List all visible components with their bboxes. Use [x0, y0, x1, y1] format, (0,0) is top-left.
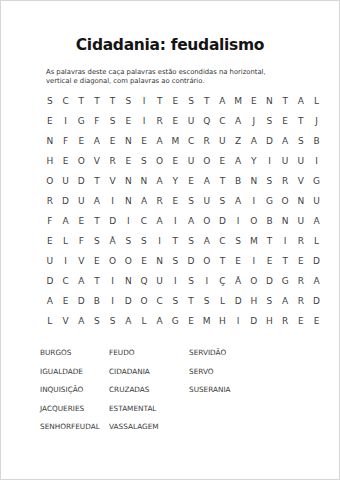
grid-cell[interactable]: L [309, 231, 325, 251]
grid-cell[interactable]: C [215, 231, 231, 251]
grid-cell[interactable]: D [309, 291, 325, 311]
grid-cell[interactable]: U [58, 171, 74, 191]
grid-cell[interactable]: S [262, 111, 278, 131]
grid-cell[interactable]: D [215, 211, 231, 231]
grid-cell[interactable]: D [73, 171, 89, 191]
grid-cell[interactable]: E [183, 311, 199, 331]
grid-cell[interactable]: Ã [105, 231, 121, 251]
grid-cell[interactable]: S [183, 191, 199, 211]
grid-cell[interactable]: I [199, 271, 215, 291]
grid-cell[interactable]: T [277, 251, 293, 271]
grid-cell[interactable]: G [262, 191, 278, 211]
grid-cell[interactable]: R [277, 311, 293, 331]
grid-cell[interactable]: E [168, 151, 184, 171]
grid-cell[interactable]: B [89, 291, 105, 311]
grid-cell[interactable]: G [73, 111, 89, 131]
grid-cell[interactable]: O [199, 151, 215, 171]
grid-cell[interactable]: C [136, 211, 152, 231]
word-list-item: VASSALAGEM [109, 422, 189, 441]
word-list-item: SENHORFEUDAL [40, 422, 109, 441]
grid-cell[interactable]: S [168, 251, 184, 271]
grid-cell[interactable]: T [277, 91, 293, 111]
grid-cell[interactable]: I [168, 271, 184, 291]
letter-grid: SCTTTSITESTAMENTALEIGFSEIREUQCAJSETJNFEA… [42, 91, 324, 331]
word-list: BURGOSIGUALDADEINQUISIÇÃOJACQUERIESSENHO… [40, 348, 231, 441]
grid-cell[interactable]: N [293, 191, 309, 211]
grid-cell[interactable]: S [199, 291, 215, 311]
grid-cell[interactable]: A [277, 131, 293, 151]
grid-cell[interactable]: S [120, 91, 136, 111]
grid-cell[interactable]: E [215, 151, 231, 171]
grid-cell[interactable]: I [105, 191, 121, 211]
grid-cell[interactable]: A [73, 311, 89, 331]
grid-cell[interactable]: T [152, 91, 168, 111]
grid-cell[interactable]: E [105, 131, 121, 151]
grid-cell[interactable]: A [183, 211, 199, 231]
grid-cell[interactable]: I [168, 211, 184, 231]
grid-cell[interactable]: Y [168, 171, 184, 191]
grid-cell[interactable]: O [246, 211, 262, 231]
grid-cell[interactable]: G [168, 311, 184, 331]
grid-cell[interactable]: U [277, 151, 293, 171]
grid-cell[interactable]: S [105, 311, 121, 331]
grid-cell[interactable]: F [73, 231, 89, 251]
grid-cell[interactable]: A [136, 191, 152, 211]
grid-cell[interactable]: O [73, 151, 89, 171]
grid-cell[interactable]: A [309, 211, 325, 231]
grid-cell[interactable]: E [246, 91, 262, 111]
grid-cell[interactable]: I [230, 211, 246, 231]
grid-cell[interactable]: T [215, 251, 231, 271]
grid-cell[interactable]: N [120, 191, 136, 211]
grid-cell[interactable]: R [199, 131, 215, 151]
grid-cell[interactable]: D [42, 271, 58, 291]
grid-cell[interactable]: S [183, 231, 199, 251]
grid-cell[interactable]: E [73, 211, 89, 231]
grid-cell[interactable]: E [168, 91, 184, 111]
grid-cell[interactable]: T [89, 211, 105, 231]
grid-cell[interactable]: C [215, 111, 231, 131]
grid-cell[interactable]: V [58, 311, 74, 331]
grid-cell[interactable]: E [168, 191, 184, 211]
grid-cell[interactable]: D [246, 311, 262, 331]
grid-cell[interactable]: N [120, 271, 136, 291]
grid-cell[interactable]: U [309, 191, 325, 211]
grid-cell[interactable]: S [168, 291, 184, 311]
grid-cell[interactable]: R [152, 191, 168, 211]
grid-cell[interactable]: S [136, 231, 152, 251]
grid-cell[interactable]: L [42, 311, 58, 331]
grid-cell[interactable]: N [42, 131, 58, 151]
grid-cell[interactable]: T [215, 171, 231, 191]
grid-cell[interactable]: I [277, 231, 293, 251]
grid-cell[interactable]: I [309, 151, 325, 171]
grid-cell[interactable]: A [73, 271, 89, 291]
grid-cell[interactable]: A [120, 311, 136, 331]
grid-cell[interactable]: I [105, 271, 121, 291]
worksheet-page: Cidadania: feudalismo As palavras deste … [0, 0, 340, 480]
grid-cell[interactable]: S [183, 271, 199, 291]
word-list-item: IGUALDADE [40, 367, 109, 386]
word-list-item: SERVIDÃO [189, 348, 231, 367]
grid-cell[interactable]: G [277, 271, 293, 291]
grid-cell[interactable]: A [89, 191, 105, 211]
grid-cell[interactable]: T [73, 91, 89, 111]
grid-cell[interactable]: S [89, 311, 105, 331]
grid-cell[interactable]: N [136, 171, 152, 191]
grid-cell[interactable]: B [262, 211, 278, 231]
grid-cell[interactable]: O [42, 171, 58, 191]
grid-cell[interactable]: A [199, 171, 215, 191]
grid-cell[interactable]: V [89, 151, 105, 171]
grid-cell[interactable]: I [105, 291, 121, 311]
word-list-item: SUSERANIA [189, 385, 231, 404]
grid-cell[interactable]: V [105, 171, 121, 191]
grid-cell[interactable]: S [183, 91, 199, 111]
grid-cell[interactable]: L [58, 231, 74, 251]
word-list-item: JACQUERIES [40, 404, 109, 423]
grid-cell[interactable]: E [58, 291, 74, 311]
grid-cell[interactable]: C [58, 91, 74, 111]
grid-cell[interactable]: M [168, 131, 184, 151]
grid-cell[interactable]: T [262, 231, 278, 251]
grid-cell[interactable]: U [183, 151, 199, 171]
word-list-item: CRUZADAS [109, 385, 189, 404]
grid-cell[interactable]: A [230, 151, 246, 171]
grid-cell[interactable]: E [293, 251, 309, 271]
grid-cell[interactable]: A [152, 211, 168, 231]
grid-cell[interactable]: E [120, 111, 136, 131]
grid-cell[interactable]: D [120, 291, 136, 311]
grid-cell[interactable]: O [199, 251, 215, 271]
word-list-item: FEUDO [109, 348, 189, 367]
grid-cell[interactable]: N [246, 171, 262, 191]
grid-cell[interactable]: Y [246, 151, 262, 171]
word-list-column: SERVIDÃOSERVOSUSERANIA [189, 348, 231, 441]
grid-cell[interactable]: C [152, 291, 168, 311]
grid-cell[interactable]: U [199, 191, 215, 211]
word-list-item: SERVO [189, 367, 231, 386]
grid-cell[interactable]: S [215, 191, 231, 211]
grid-cell[interactable]: V [293, 171, 309, 191]
grid-cell[interactable]: E [136, 131, 152, 151]
grid-cell[interactable]: O [199, 211, 215, 231]
grid-cell[interactable]: I [58, 251, 74, 271]
grid-cell[interactable]: A [309, 271, 325, 291]
grid-cell[interactable]: O [120, 251, 136, 271]
grid-cell[interactable]: A [152, 131, 168, 151]
grid-cell[interactable]: R [293, 231, 309, 251]
grid-cell[interactable]: I [58, 111, 74, 131]
grid-cell[interactable]: U [73, 191, 89, 211]
grid-cell[interactable]: Ã [230, 271, 246, 291]
grid-cell[interactable]: R [152, 111, 168, 131]
grid-cell[interactable]: T [199, 91, 215, 111]
page-title: Cidadania: feudalismo [1, 1, 339, 54]
grid-cell[interactable]: A [293, 91, 309, 111]
grid-cell[interactable]: S [105, 111, 121, 131]
grid-cell[interactable]: N [262, 91, 278, 111]
grid-cell[interactable]: E [42, 231, 58, 251]
grid-cell[interactable]: O [277, 191, 293, 211]
grid-cell[interactable]: I [262, 151, 278, 171]
grid-cell[interactable]: M [246, 231, 262, 251]
grid-cell[interactable]: T [89, 271, 105, 291]
grid-cell[interactable]: L [136, 311, 152, 331]
grid-cell[interactable]: A [152, 171, 168, 191]
grid-cell[interactable]: E [168, 111, 184, 131]
grid-cell[interactable]: A [230, 111, 246, 131]
grid-cell[interactable]: A [42, 291, 58, 311]
grid-cell[interactable]: L [215, 291, 231, 311]
grid-cell[interactable]: E [73, 131, 89, 151]
grid-cell[interactable]: L [309, 91, 325, 111]
grid-cell[interactable]: I [136, 111, 152, 131]
grid-cell[interactable]: H [42, 151, 58, 171]
grid-cell[interactable]: T [183, 291, 199, 311]
grid-cell[interactable]: E [183, 171, 199, 191]
grid-cell[interactable]: I [230, 311, 246, 331]
grid-cell[interactable]: E [277, 111, 293, 131]
word-list-column: FEUDOCIDADANIACRUZADASESTAMENTALVASSALAG… [109, 348, 189, 441]
grid-cell[interactable]: S [293, 131, 309, 151]
grid-cell[interactable]: J [309, 111, 325, 131]
grid-cell[interactable]: R [42, 191, 58, 211]
grid-cell[interactable]: S [42, 91, 58, 111]
grid-cell[interactable]: I [246, 191, 262, 211]
grid-cell[interactable]: A [89, 131, 105, 151]
grid-cell[interactable]: Z [230, 131, 246, 151]
grid-cell[interactable]: A [230, 191, 246, 211]
grid-cell[interactable]: H [246, 291, 262, 311]
grid-cell[interactable]: A [58, 211, 74, 231]
grid-cell[interactable]: I [152, 231, 168, 251]
grid-cell[interactable]: F [89, 111, 105, 131]
grid-cell[interactable]: T [105, 91, 121, 111]
grid-cell[interactable]: C [183, 131, 199, 151]
grid-cell[interactable]: I [246, 251, 262, 271]
grid-cell[interactable]: A [199, 231, 215, 251]
word-list-item: CIDADANIA [109, 367, 189, 386]
grid-cell[interactable]: E [136, 251, 152, 271]
grid-cell[interactable]: U [183, 111, 199, 131]
grid-cell[interactable]: D [105, 211, 121, 231]
grid-cell[interactable]: R [105, 151, 121, 171]
grid-cell[interactable]: N [120, 171, 136, 191]
grid-cell[interactable]: O [246, 271, 262, 291]
grid-cell[interactable]: I [136, 91, 152, 111]
grid-cell[interactable]: R [277, 171, 293, 191]
grid-cell[interactable]: O [152, 151, 168, 171]
grid-cell[interactable]: N [277, 211, 293, 231]
grid-cell[interactable]: N [152, 251, 168, 271]
grid-cell[interactable]: S [120, 231, 136, 251]
grid-cell[interactable]: F [42, 211, 58, 231]
grid-cell[interactable]: S [262, 171, 278, 191]
grid-cell[interactable]: U [215, 131, 231, 151]
grid-cell[interactable]: A [277, 291, 293, 311]
word-list-item: INQUISIÇÃO [40, 385, 109, 404]
grid-cell[interactable]: B [230, 171, 246, 191]
grid-cell[interactable]: S [262, 291, 278, 311]
grid-cell[interactable]: E [293, 311, 309, 331]
grid-cell[interactable]: Ç [215, 271, 231, 291]
grid-cell[interactable]: R [293, 271, 309, 291]
grid-cell[interactable]: E [42, 111, 58, 131]
grid-cell[interactable]: J [246, 111, 262, 131]
grid-cell[interactable]: B [309, 131, 325, 151]
grid-cell[interactable]: T [168, 231, 184, 251]
grid-cell[interactable]: E [262, 251, 278, 271]
grid-cell[interactable]: D [230, 291, 246, 311]
grid-cell[interactable]: S [230, 231, 246, 251]
grid-cell[interactable]: E [58, 151, 74, 171]
word-list-item: BURGOS [40, 348, 109, 367]
grid-cell[interactable]: T [89, 91, 105, 111]
grid-cell[interactable]: H [215, 311, 231, 331]
grid-cell[interactable]: O [105, 251, 121, 271]
grid-cell[interactable]: O [136, 291, 152, 311]
grid-cell[interactable]: A [246, 131, 262, 151]
grid-cell[interactable]: Q [199, 111, 215, 131]
grid-cell[interactable]: M [199, 311, 215, 331]
grid-cell[interactable]: U [293, 211, 309, 231]
grid-cell[interactable]: G [309, 171, 325, 191]
grid-cell[interactable]: D [262, 271, 278, 291]
grid-cell[interactable]: D [309, 251, 325, 271]
grid-cell[interactable]: A [215, 91, 231, 111]
grid-cell[interactable]: S [89, 231, 105, 251]
word-list-column: BURGOSIGUALDADEINQUISIÇÃOJACQUERIESSENHO… [40, 348, 109, 441]
grid-cell[interactable]: F [58, 131, 74, 151]
grid-cell[interactable]: E [230, 251, 246, 271]
grid-cell[interactable]: U [42, 251, 58, 271]
grid-cell[interactable]: N [120, 131, 136, 151]
grid-cell[interactable]: U [293, 151, 309, 171]
grid-cell[interactable]: Q [136, 271, 152, 291]
grid-cell[interactable]: D [262, 131, 278, 151]
grid-cell[interactable]: S [136, 151, 152, 171]
grid-cell[interactable]: M [230, 91, 246, 111]
grid-cell[interactable]: E [89, 251, 105, 271]
grid-cell[interactable]: E [120, 151, 136, 171]
grid-cell[interactable]: E [309, 311, 325, 331]
grid-cell[interactable]: D [183, 251, 199, 271]
grid-cell[interactable]: C [58, 271, 74, 291]
grid-cell[interactable]: D [58, 191, 74, 211]
grid-cell[interactable]: I [120, 211, 136, 231]
grid-cell[interactable]: A [152, 311, 168, 331]
grid-cell[interactable]: U [152, 271, 168, 291]
grid-cell[interactable]: R [293, 291, 309, 311]
grid-cell[interactable]: V [73, 251, 89, 271]
grid-cell[interactable]: H [262, 311, 278, 331]
instructions-text: As palavras deste caça palavras estão es… [46, 68, 292, 87]
grid-cell[interactable]: T [293, 111, 309, 131]
grid-cell[interactable]: T [89, 171, 105, 191]
grid-cell[interactable]: D [73, 291, 89, 311]
word-list-item: ESTAMENTAL [109, 404, 189, 423]
